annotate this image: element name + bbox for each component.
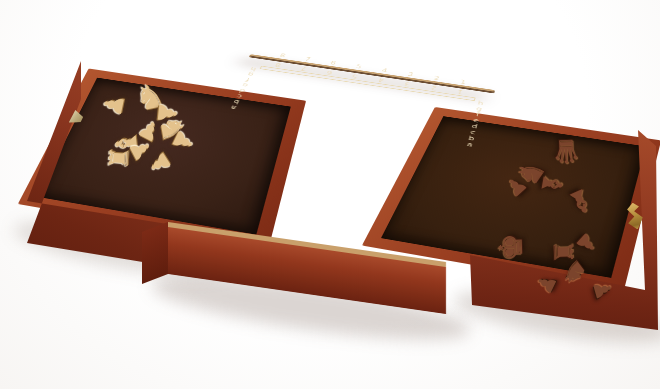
coordinate-label: a <box>225 104 242 112</box>
box-side-face <box>142 222 168 284</box>
board-frame: 87654321 87654321 hgfedcba hgfedcba <box>249 54 495 93</box>
piece-queen: ♛ <box>551 135 581 168</box>
coordinate-label: a <box>462 140 478 148</box>
chess-box-product-photo: 87654321 87654321 hgfedcba hgfedcba ♞♟♟♞… <box>0 0 660 389</box>
piece-king: ♚ <box>495 232 528 262</box>
coordinates-right: hgfedcba <box>474 99 488 101</box>
piece-pawn: ♟ <box>99 91 128 118</box>
coordinates-left: hgfedcba <box>248 65 261 67</box>
